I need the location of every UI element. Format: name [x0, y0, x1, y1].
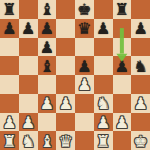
square-a5[interactable] [0, 56, 19, 75]
black-king[interactable]: ♚ [77, 2, 91, 18]
square-c6[interactable]: ♟ [38, 38, 57, 57]
square-b8[interactable] [19, 0, 38, 19]
square-c5[interactable]: ♝ [38, 56, 57, 75]
white-rook[interactable]: ♜ [2, 133, 16, 149]
square-d6[interactable] [56, 38, 75, 57]
square-d1[interactable]: ♛ [56, 131, 75, 150]
square-a3[interactable] [0, 94, 19, 113]
white-knight[interactable]: ♞ [21, 133, 35, 149]
black-bishop[interactable]: ♝ [40, 2, 54, 18]
white-pawn[interactable]: ♟ [58, 96, 72, 112]
square-g6[interactable] [113, 38, 132, 57]
square-c1[interactable]: ♝ [38, 131, 57, 150]
square-b1[interactable]: ♞ [19, 131, 38, 150]
white-pawn[interactable]: ♟ [21, 114, 35, 130]
square-h6[interactable] [131, 38, 150, 57]
square-f4[interactable] [94, 75, 113, 94]
white-pawn[interactable]: ♟ [77, 77, 91, 93]
square-g8[interactable]: ♜ [113, 0, 132, 19]
white-queen[interactable]: ♛ [58, 133, 72, 149]
square-a7[interactable]: ♟ [0, 19, 19, 38]
square-f6[interactable] [94, 38, 113, 57]
square-g7[interactable] [113, 19, 132, 38]
square-b5[interactable] [19, 56, 38, 75]
square-d5[interactable] [56, 56, 75, 75]
square-e2[interactable] [75, 113, 94, 132]
black-pawn[interactable]: ♟ [115, 58, 129, 74]
square-h4[interactable] [131, 75, 150, 94]
black-bishop[interactable]: ♝ [40, 58, 54, 74]
square-h8[interactable] [131, 0, 150, 19]
square-g5[interactable]: ♟ [113, 56, 132, 75]
square-c7[interactable]: ♟ [38, 19, 57, 38]
square-d3[interactable]: ♟ [56, 94, 75, 113]
black-knight[interactable]: ♞ [133, 58, 147, 74]
black-pawn[interactable]: ♟ [96, 21, 110, 37]
black-pawn[interactable]: ♟ [77, 58, 91, 74]
black-pawn[interactable]: ♟ [21, 21, 35, 37]
square-b3[interactable] [19, 94, 38, 113]
square-f7[interactable]: ♟ [94, 19, 113, 38]
chess-board: ♜♝♚♜♟♟♟♛♟♟♟♝♟♟♞♟♟♟♞♟♟♟♟♟♜♞♝♛♜♚ [0, 0, 150, 150]
square-c4[interactable] [38, 75, 57, 94]
white-pawn[interactable]: ♟ [2, 114, 16, 130]
square-d4[interactable] [56, 75, 75, 94]
square-d8[interactable] [56, 0, 75, 19]
black-rook[interactable]: ♜ [115, 2, 129, 18]
square-g3[interactable] [113, 94, 132, 113]
square-h7[interactable]: ♟ [131, 19, 150, 38]
square-f5[interactable] [94, 56, 113, 75]
square-e3[interactable] [75, 94, 94, 113]
white-knight[interactable]: ♞ [96, 96, 110, 112]
white-pawn[interactable]: ♟ [115, 114, 129, 130]
square-g2[interactable]: ♟ [113, 113, 132, 132]
square-e1[interactable] [75, 131, 94, 150]
square-e8[interactable]: ♚ [75, 0, 94, 19]
square-b2[interactable]: ♟ [19, 113, 38, 132]
square-a1[interactable]: ♜ [0, 131, 19, 150]
square-d7[interactable] [56, 19, 75, 38]
square-h1[interactable]: ♚ [131, 131, 150, 150]
black-pawn[interactable]: ♟ [2, 21, 16, 37]
black-rook[interactable]: ♜ [2, 2, 16, 18]
white-pawn[interactable]: ♟ [133, 96, 147, 112]
square-a2[interactable]: ♟ [0, 113, 19, 132]
white-rook[interactable]: ♜ [96, 133, 110, 149]
square-h2[interactable] [131, 113, 150, 132]
black-pawn[interactable]: ♟ [133, 21, 147, 37]
square-c8[interactable]: ♝ [38, 0, 57, 19]
square-f2[interactable]: ♟ [94, 113, 113, 132]
square-c2[interactable] [38, 113, 57, 132]
square-e4[interactable]: ♟ [75, 75, 94, 94]
square-e6[interactable] [75, 38, 94, 57]
square-b7[interactable]: ♟ [19, 19, 38, 38]
white-pawn[interactable]: ♟ [40, 96, 54, 112]
square-h3[interactable]: ♟ [131, 94, 150, 113]
square-e5[interactable]: ♟ [75, 56, 94, 75]
white-bishop[interactable]: ♝ [40, 133, 54, 149]
square-f8[interactable] [94, 0, 113, 19]
square-g1[interactable] [113, 131, 132, 150]
white-pawn[interactable]: ♟ [96, 114, 110, 130]
square-f1[interactable]: ♜ [94, 131, 113, 150]
square-e7[interactable]: ♛ [75, 19, 94, 38]
square-c3[interactable]: ♟ [38, 94, 57, 113]
square-a4[interactable] [0, 75, 19, 94]
square-b6[interactable] [19, 38, 38, 57]
black-pawn[interactable]: ♟ [40, 21, 54, 37]
white-king[interactable]: ♚ [133, 133, 147, 149]
square-f3[interactable]: ♞ [94, 94, 113, 113]
square-d2[interactable] [56, 113, 75, 132]
square-a8[interactable]: ♜ [0, 0, 19, 19]
square-b4[interactable] [19, 75, 38, 94]
square-g4[interactable] [113, 75, 132, 94]
square-h5[interactable]: ♞ [131, 56, 150, 75]
black-pawn[interactable]: ♟ [40, 39, 54, 55]
black-queen[interactable]: ♛ [77, 21, 91, 37]
square-a6[interactable] [0, 38, 19, 57]
